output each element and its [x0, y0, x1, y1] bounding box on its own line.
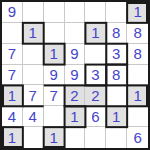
puzzle-board: 911188719387993817722144161116 [0, 0, 150, 150]
cell-r4c4[interactable]: 9 [65, 65, 86, 86]
cell-r6c4[interactable]: 1 [65, 106, 86, 127]
cell-r7c7[interactable]: 6 [127, 127, 148, 148]
cell-r3c2[interactable] [23, 44, 44, 65]
cell-r5c7[interactable]: 1 [127, 85, 148, 106]
cell-r2c5[interactable]: 1 [85, 23, 106, 44]
cell-r2c6[interactable]: 8 [106, 23, 127, 44]
cell-r5c4[interactable]: 2 [65, 85, 86, 106]
cell-r7c1[interactable]: 1 [2, 127, 23, 148]
cell-r2c3[interactable] [44, 23, 65, 44]
cell-r2c4[interactable] [65, 23, 86, 44]
cell-r4c5[interactable]: 3 [85, 65, 106, 86]
cell-r3c3[interactable]: 1 [44, 44, 65, 65]
cell-r1c6[interactable] [106, 2, 127, 23]
cell-r1c7[interactable]: 1 [127, 2, 148, 23]
cell-r5c1[interactable]: 1 [2, 85, 23, 106]
cell-r6c6[interactable]: 1 [106, 106, 127, 127]
cell-r1c2[interactable] [23, 2, 44, 23]
cell-r4c3[interactable]: 9 [44, 65, 65, 86]
cell-r4c2[interactable] [23, 65, 44, 86]
cell-r4c6[interactable]: 8 [106, 65, 127, 86]
cell-r3c7[interactable]: 8 [127, 44, 148, 65]
cell-r6c1[interactable]: 4 [2, 106, 23, 127]
cell-r7c5[interactable] [85, 127, 106, 148]
cell-r1c3[interactable] [44, 2, 65, 23]
cell-r5c3[interactable]: 7 [44, 85, 65, 106]
cell-r4c1[interactable]: 7 [2, 65, 23, 86]
cell-r5c6[interactable] [106, 85, 127, 106]
cell-r5c2[interactable]: 7 [23, 85, 44, 106]
cell-r1c1[interactable]: 9 [2, 2, 23, 23]
cell-r1c5[interactable] [85, 2, 106, 23]
cell-r6c7[interactable] [127, 106, 148, 127]
cell-r3c6[interactable]: 3 [106, 44, 127, 65]
cell-r2c7[interactable]: 8 [127, 23, 148, 44]
cell-r3c4[interactable]: 9 [65, 44, 86, 65]
cell-r4c7[interactable] [127, 65, 148, 86]
cell-r6c5[interactable]: 6 [85, 106, 106, 127]
cell-r2c2[interactable]: 1 [23, 23, 44, 44]
cell-r7c6[interactable] [106, 127, 127, 148]
cell-r6c2[interactable]: 4 [23, 106, 44, 127]
cell-r1c4[interactable] [65, 2, 86, 23]
cell-r2c1[interactable] [2, 23, 23, 44]
cell-r3c1[interactable]: 7 [2, 44, 23, 65]
cell-r7c2[interactable] [23, 127, 44, 148]
puzzle-grid: 911188719387993817722144161116 [2, 2, 148, 148]
cell-r7c3[interactable]: 1 [44, 127, 65, 148]
cell-r7c4[interactable] [65, 127, 86, 148]
cell-r6c3[interactable] [44, 106, 65, 127]
cell-r3c5[interactable] [85, 44, 106, 65]
cell-r5c5[interactable]: 2 [85, 85, 106, 106]
